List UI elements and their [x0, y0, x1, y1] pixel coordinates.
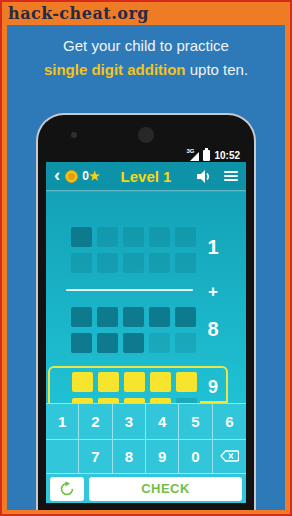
- ten-frame-cell-filled: [149, 307, 170, 327]
- back-button[interactable]: ‹: [54, 165, 60, 184]
- restart-button[interactable]: [50, 477, 84, 501]
- menu-icon[interactable]: [224, 171, 238, 181]
- ten-frame-cell-filled: [123, 333, 144, 353]
- banner-rest: upto ten.: [186, 61, 249, 78]
- key-2[interactable]: 2: [79, 403, 112, 439]
- ten-frame-cell-filled: [123, 307, 144, 327]
- score-display: 0★: [82, 169, 99, 183]
- key-5[interactable]: 5: [179, 403, 212, 439]
- key-8[interactable]: 8: [113, 439, 146, 475]
- ten-frame-cell-empty: [71, 253, 92, 273]
- ten-frame-cell-filled: [72, 372, 93, 392]
- ten-frame-cell-empty: [149, 227, 170, 247]
- key-6[interactable]: 6: [213, 403, 246, 439]
- addend2-number: 8: [196, 318, 230, 341]
- ten-frame-cell-empty: [97, 227, 118, 247]
- ten-frame-addend2: [71, 307, 196, 353]
- backspace-icon: [220, 450, 239, 462]
- ten-frame-cell-filled: [71, 333, 92, 353]
- ten-frame-cell-filled: [175, 307, 196, 327]
- promo-banner: Get your child to practice single digit …: [7, 34, 285, 82]
- banner-line2: single digit addition upto ten.: [7, 58, 285, 82]
- front-camera-dot: [71, 132, 77, 138]
- clock-text: 10:52: [214, 150, 240, 161]
- restart-icon: [59, 481, 75, 497]
- ten-frame-cell-empty: [175, 333, 196, 353]
- sound-icon[interactable]: [197, 170, 212, 183]
- ten-frame-cell-empty: [149, 253, 170, 273]
- banner-highlight: single digit addition: [44, 61, 186, 78]
- ten-frame-cell-empty: [123, 253, 144, 273]
- orange-border-band: hack-cheat.org Get your child to practic…: [2, 2, 290, 514]
- key-9[interactable]: 9: [146, 439, 179, 475]
- watermark-text: hack-cheat.org: [8, 4, 149, 23]
- ten-frame-cell-empty: [175, 253, 196, 273]
- key-3[interactable]: 3: [113, 403, 146, 439]
- ten-frame-cell-filled: [98, 372, 119, 392]
- ten-frame-cell-filled: [71, 227, 92, 247]
- ten-frame-cell-filled: [71, 307, 92, 327]
- ten-frame-cell-filled: [97, 333, 118, 353]
- ten-frame-cell-filled: [150, 372, 171, 392]
- ten-frame-cell-empty: [149, 333, 170, 353]
- ten-frame-addend1: [71, 227, 196, 273]
- ten-frame-cell-empty: [123, 227, 144, 247]
- ten-frame-cell-filled: [97, 307, 118, 327]
- star-icon: ★: [89, 169, 100, 183]
- action-bar: CHECK: [46, 474, 246, 503]
- app-bar: ‹ 0★ Level 1: [46, 162, 246, 191]
- phone-mockup: 3G 10:52 ‹ 0★ Level 1: [36, 113, 256, 510]
- status-bar: 3G 10:52: [186, 148, 240, 162]
- battery-icon: [203, 150, 210, 161]
- game-board: 1 + 8 9: [46, 192, 246, 403]
- key-4[interactable]: 4: [146, 403, 179, 439]
- answer-number: 9: [198, 377, 228, 398]
- page-background: Get your child to practice single digit …: [7, 25, 285, 510]
- key-7[interactable]: 7: [79, 439, 112, 475]
- ten-frame-cell-filled: [124, 372, 145, 392]
- banner-line1: Get your child to practice: [7, 34, 285, 58]
- coin-count: 0: [82, 169, 89, 183]
- coin-icon: [65, 170, 78, 183]
- backspace-key[interactable]: [213, 439, 246, 475]
- number-keypad: 1 2 3 4 5 6 7 8 9 0: [46, 403, 246, 474]
- addend1-number: 1: [196, 236, 230, 259]
- signal-icon: 3G: [186, 150, 199, 161]
- key-0[interactable]: 0: [179, 439, 212, 475]
- signal-triangle: [190, 152, 199, 161]
- key-blank: [46, 439, 79, 475]
- check-button[interactable]: CHECK: [89, 477, 242, 501]
- addition-separator-line: [66, 289, 193, 291]
- ten-frame-cell-empty: [97, 253, 118, 273]
- earpiece-circle: [138, 127, 154, 143]
- ten-frame-cell-filled: [176, 372, 197, 392]
- app-screen: ‹ 0★ Level 1 1 +: [46, 162, 246, 503]
- key-1[interactable]: 1: [46, 403, 79, 439]
- ten-frame-cell-empty: [175, 227, 196, 247]
- plus-operator: +: [196, 282, 230, 302]
- appbar-actions: [197, 170, 238, 183]
- striped-border-frame: hack-cheat.org Get your child to practic…: [0, 0, 292, 516]
